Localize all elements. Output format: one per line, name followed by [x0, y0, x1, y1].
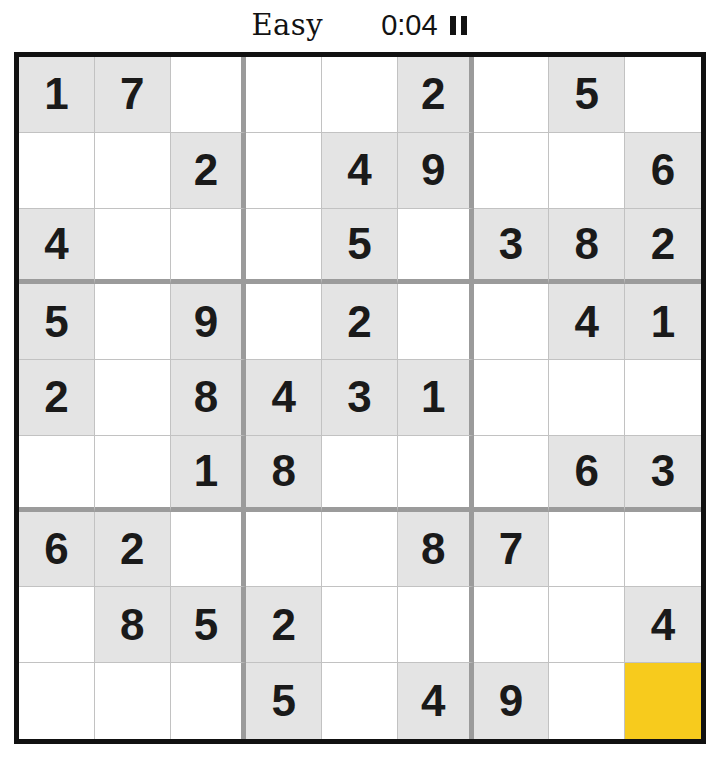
cell-r3c7[interactable]: 3: [474, 209, 550, 285]
cell-r5c3[interactable]: 8: [171, 360, 247, 436]
cell-r2c6[interactable]: 9: [398, 133, 474, 209]
cell-r5c4[interactable]: 4: [246, 360, 322, 436]
cell-r9c5[interactable]: [322, 663, 398, 739]
cell-r3c1[interactable]: 4: [19, 209, 95, 285]
cell-r6c2[interactable]: [95, 436, 171, 512]
cell-r9c9[interactable]: [625, 663, 701, 739]
cell-r7c8[interactable]: [549, 512, 625, 588]
cell-r4c3[interactable]: 9: [171, 284, 247, 360]
cell-r9c2[interactable]: [95, 663, 171, 739]
cell-r5c5[interactable]: 3: [322, 360, 398, 436]
cell-r1c2[interactable]: 7: [95, 57, 171, 133]
cell-r6c8[interactable]: 6: [549, 436, 625, 512]
cell-r4c6[interactable]: [398, 284, 474, 360]
cell-r7c6[interactable]: 8: [398, 512, 474, 588]
cell-r3c6[interactable]: [398, 209, 474, 285]
cell-r5c6[interactable]: 1: [398, 360, 474, 436]
cell-r7c5[interactable]: [322, 512, 398, 588]
cell-r7c1[interactable]: 6: [19, 512, 95, 588]
cell-r1c8[interactable]: 5: [549, 57, 625, 133]
cell-r2c4[interactable]: [246, 133, 322, 209]
cell-r6c7[interactable]: [474, 436, 550, 512]
timer: 0:04: [381, 9, 437, 42]
cell-r7c2[interactable]: 2: [95, 512, 171, 588]
cell-r6c1[interactable]: [19, 436, 95, 512]
cell-r8c7[interactable]: [474, 587, 550, 663]
cell-r1c1[interactable]: 1: [19, 57, 95, 133]
cell-r1c7[interactable]: [474, 57, 550, 133]
cell-r2c5[interactable]: 4: [322, 133, 398, 209]
game-header: Easy 0:04: [0, 0, 720, 50]
cell-r5c2[interactable]: [95, 360, 171, 436]
cell-r5c9[interactable]: [625, 360, 701, 436]
cell-r1c4[interactable]: [246, 57, 322, 133]
cell-r6c4[interactable]: 8: [246, 436, 322, 512]
cell-r5c8[interactable]: [549, 360, 625, 436]
cell-r3c3[interactable]: [171, 209, 247, 285]
cell-r8c9[interactable]: 4: [625, 587, 701, 663]
cell-r7c9[interactable]: [625, 512, 701, 588]
cell-r2c7[interactable]: [474, 133, 550, 209]
cell-r3c8[interactable]: 8: [549, 209, 625, 285]
cell-r7c3[interactable]: [171, 512, 247, 588]
cell-r3c2[interactable]: [95, 209, 171, 285]
cell-r1c3[interactable]: [171, 57, 247, 133]
cell-r8c8[interactable]: [549, 587, 625, 663]
cell-r8c4[interactable]: 2: [246, 587, 322, 663]
cell-r3c9[interactable]: 2: [625, 209, 701, 285]
cell-r8c3[interactable]: 5: [171, 587, 247, 663]
cell-r4c4[interactable]: [246, 284, 322, 360]
cell-r5c7[interactable]: [474, 360, 550, 436]
pause-icon: [450, 16, 456, 35]
cell-r7c7[interactable]: 7: [474, 512, 550, 588]
sudoku-board: 17252496453825924128431186362878524549: [14, 52, 706, 744]
cell-r9c7[interactable]: 9: [474, 663, 550, 739]
difficulty-label: Easy: [251, 8, 323, 42]
cell-r1c9[interactable]: [625, 57, 701, 133]
cell-r9c6[interactable]: 4: [398, 663, 474, 739]
cell-r2c2[interactable]: [95, 133, 171, 209]
cell-r8c6[interactable]: [398, 587, 474, 663]
cell-r9c1[interactable]: [19, 663, 95, 739]
cell-r3c4[interactable]: [246, 209, 322, 285]
cell-r4c2[interactable]: [95, 284, 171, 360]
cell-r6c9[interactable]: 3: [625, 436, 701, 512]
cell-r4c5[interactable]: 2: [322, 284, 398, 360]
cell-r9c3[interactable]: [171, 663, 247, 739]
cell-r4c1[interactable]: 5: [19, 284, 95, 360]
cell-r6c3[interactable]: 1: [171, 436, 247, 512]
cell-r1c5[interactable]: [322, 57, 398, 133]
cell-r2c9[interactable]: 6: [625, 133, 701, 209]
cell-r4c7[interactable]: [474, 284, 550, 360]
cell-r8c2[interactable]: 8: [95, 587, 171, 663]
cell-r2c3[interactable]: 2: [171, 133, 247, 209]
cell-r6c5[interactable]: [322, 436, 398, 512]
cell-r2c1[interactable]: [19, 133, 95, 209]
cell-r6c6[interactable]: [398, 436, 474, 512]
cell-r3c5[interactable]: 5: [322, 209, 398, 285]
cell-r4c9[interactable]: 1: [625, 284, 701, 360]
cell-r5c1[interactable]: 2: [19, 360, 95, 436]
cell-r8c1[interactable]: [19, 587, 95, 663]
cell-r9c8[interactable]: [549, 663, 625, 739]
cell-r8c5[interactable]: [322, 587, 398, 663]
cell-r1c6[interactable]: 2: [398, 57, 474, 133]
cell-r7c4[interactable]: [246, 512, 322, 588]
cell-r2c8[interactable]: [549, 133, 625, 209]
pause-button[interactable]: [448, 14, 469, 37]
cell-r9c4[interactable]: 5: [246, 663, 322, 739]
cell-r4c8[interactable]: 4: [549, 284, 625, 360]
timer-group: 0:04: [381, 9, 468, 42]
pause-icon: [461, 16, 467, 35]
